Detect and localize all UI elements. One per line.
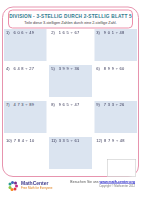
problem-cell-7: 7)4 7 3 ÷ 89 — [4, 101, 47, 133]
problem-expression: 8 9 9 ÷ 60 — [104, 67, 125, 72]
problem-cell-9: 9)7 3 3 ÷ 26 — [94, 101, 137, 133]
mathcenter-flower-icon — [7, 180, 19, 192]
logo-dot — [9, 186, 12, 189]
website-link[interactable]: www.math-center.org — [100, 180, 135, 184]
footer: MathCenter Free Math for Everyone Besuch… — [0, 179, 141, 199]
logo-dot — [14, 182, 17, 185]
problem-number: 9) — [96, 103, 102, 108]
problem-number: 3) — [96, 31, 102, 36]
title-box: DIVISION - 3-STELLIG DURCH 2-STELLIG BLA… — [8, 10, 133, 29]
problem-expression: 7 3 3 ÷ 26 — [104, 103, 125, 108]
problem-cell-4: 4)6 4 8 ÷ 27 — [4, 65, 47, 97]
problem-number: 7) — [6, 103, 12, 108]
problem-cell-2: 2)1 6 5 ÷ 67 — [49, 29, 92, 61]
problem-cell-5: 5)3 9 9 ÷ 36 — [49, 65, 92, 97]
problem-number: 8) — [51, 103, 57, 108]
problem-expression: 7 8 4 ÷ 10 — [14, 139, 35, 144]
problem-expression: 8 7 9 ÷ 48 — [104, 139, 125, 144]
problem-number: 10) — [6, 139, 12, 144]
problem-cell-3: 3)9 0 1 ÷ 48 — [94, 29, 137, 61]
problem-cell-1: 1)6 0 6 ÷ 49 — [4, 29, 47, 61]
problem-expression: 3 3 5 ÷ 61 — [59, 139, 80, 144]
problem-expression: 9 6 5 ÷ 47 — [59, 103, 80, 108]
page-title: DIVISION - 3-STELLIG DURCH 2-STELLIG BLA… — [9, 14, 132, 20]
brand-logo-group: MathCenter Free Math for Everyone — [7, 180, 53, 192]
problem-expression: 1 6 5 ÷ 67 — [59, 31, 80, 36]
problem-cell-6: 6)8 9 9 ÷ 60 — [94, 65, 137, 97]
problem-number: 1) — [6, 31, 12, 36]
problem-expression: 6 0 6 ÷ 49 — [14, 31, 35, 36]
problem-expression: 3 9 9 ÷ 36 — [59, 67, 80, 72]
problem-expression: 9 0 1 ÷ 48 — [104, 31, 125, 36]
brand-tagline: Free Math for Everyone — [21, 186, 53, 190]
problem-cell-8: 8)9 6 5 ÷ 47 — [49, 101, 92, 133]
problem-number: 12) — [96, 139, 102, 144]
logo-dot — [14, 188, 17, 191]
problem-number: 11) — [51, 139, 57, 144]
problem-number: 4) — [6, 67, 12, 72]
score-box — [107, 159, 136, 177]
footer-links: Besuchen Sie uns www.math-center.org Cop… — [70, 180, 135, 188]
problem-number: 6) — [96, 67, 102, 72]
worksheet-page: DIVISION - 3-STELLIG DURCH 2-STELLIG BLA… — [0, 0, 141, 200]
problem-number: 5) — [51, 67, 57, 72]
problem-number: 2) — [51, 31, 57, 36]
problems-grid: 1)6 0 6 ÷ 49 2)1 6 5 ÷ 67 3)9 0 1 ÷ 48 4… — [4, 29, 137, 169]
problem-cell-11: 11)3 3 5 ÷ 61 — [49, 137, 92, 169]
problem-expression: 4 7 3 ÷ 89 — [14, 103, 35, 108]
page-subtitle: Teile diese 3-stelligen Zahlen durch ein… — [24, 20, 116, 25]
problem-expression: 6 4 8 ÷ 27 — [14, 67, 35, 72]
visit-text: Besuchen Sie uns — [70, 180, 99, 184]
problem-cell-10: 10)7 8 4 ÷ 10 — [4, 137, 47, 169]
copyright-text: Copyright © Mathcenter 2012 — [70, 185, 135, 188]
